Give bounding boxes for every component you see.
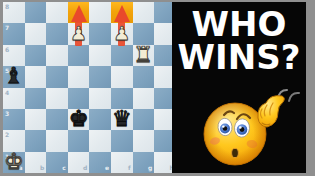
- square-c3[interactable]: [46, 109, 68, 130]
- square-c7[interactable]: [46, 23, 68, 44]
- square-f6[interactable]: [111, 45, 133, 66]
- promotion-arrow-head-f8: [114, 5, 130, 22]
- square-e6[interactable]: [89, 45, 111, 66]
- square-b1[interactable]: b: [25, 152, 47, 173]
- square-a8[interactable]: 8: [3, 2, 25, 23]
- rank-label-4: 4: [5, 90, 9, 96]
- square-c4[interactable]: [46, 88, 68, 109]
- square-b3[interactable]: [25, 109, 47, 130]
- square-c1[interactable]: c: [46, 152, 68, 173]
- square-c6[interactable]: [46, 45, 68, 66]
- square-f2[interactable]: [111, 130, 133, 151]
- square-a3[interactable]: 3: [3, 109, 25, 130]
- square-g5[interactable]: [133, 66, 155, 87]
- file-label-c: c: [62, 165, 66, 171]
- file-label-f: f: [128, 165, 131, 171]
- square-d1[interactable]: d: [68, 152, 90, 173]
- square-e1[interactable]: e: [89, 152, 111, 173]
- square-f1[interactable]: f: [111, 152, 133, 173]
- square-e3[interactable]: [89, 109, 111, 130]
- rank-label-8: 8: [5, 4, 9, 10]
- square-b2[interactable]: [25, 130, 47, 151]
- square-c2[interactable]: [46, 130, 68, 151]
- square-g1[interactable]: g: [133, 152, 155, 173]
- chess-board: 87654321abcdefgh♟♟♜♝♚♛♚: [3, 2, 176, 173]
- confused-emoji-graphic: [190, 82, 302, 170]
- title-text: WHO WINS?: [172, 8, 306, 74]
- file-label-e: e: [105, 165, 109, 171]
- square-e2[interactable]: [89, 130, 111, 151]
- square-b5[interactable]: [25, 66, 47, 87]
- square-e4[interactable]: [89, 88, 111, 109]
- square-d5[interactable]: [68, 66, 90, 87]
- title-line-2: WINS?: [172, 41, 306, 74]
- square-e5[interactable]: [89, 66, 111, 87]
- square-b6[interactable]: [25, 45, 47, 66]
- promotion-arrow-head-d8: [71, 5, 87, 22]
- square-a4[interactable]: 4: [3, 88, 25, 109]
- title-panel: WHO WINS?: [172, 2, 306, 173]
- square-b4[interactable]: [25, 88, 47, 109]
- file-label-d: d: [83, 165, 87, 171]
- rank-label-6: 6: [5, 47, 9, 53]
- square-b8[interactable]: [25, 2, 47, 23]
- square-a7[interactable]: 7: [3, 23, 25, 44]
- square-e7[interactable]: [89, 23, 111, 44]
- white-pawn-d7[interactable]: ♟: [68, 22, 90, 43]
- black-king-d3[interactable]: ♚: [68, 108, 90, 129]
- white-pawn-f7[interactable]: ♟: [111, 22, 133, 43]
- thumbnail: 87654321abcdefgh♟♟♜♝♚♛♚ WHO WINS?: [0, 0, 315, 176]
- square-f5[interactable]: [111, 66, 133, 87]
- scratch-line-icon: [289, 93, 299, 101]
- rank-label-3: 3: [5, 111, 9, 117]
- confused-emoji: [190, 82, 302, 170]
- file-label-g: g: [148, 165, 152, 171]
- square-g4[interactable]: [133, 88, 155, 109]
- rank-label-2: 2: [5, 132, 9, 138]
- black-bishop-a5[interactable]: ♝: [3, 65, 25, 86]
- black-queen-f3[interactable]: ♛: [111, 108, 133, 129]
- mouth: [232, 148, 239, 157]
- white-rook-g6[interactable]: ♜: [133, 44, 155, 65]
- square-e8[interactable]: [89, 2, 111, 23]
- square-g3[interactable]: [133, 109, 155, 130]
- file-label-b: b: [40, 165, 44, 171]
- square-c5[interactable]: [46, 66, 68, 87]
- square-c8[interactable]: [46, 2, 68, 23]
- square-g2[interactable]: [133, 130, 155, 151]
- square-d2[interactable]: [68, 130, 90, 151]
- scratching-hand: [258, 96, 284, 127]
- rank-label-7: 7: [5, 25, 9, 31]
- square-g8[interactable]: [133, 2, 155, 23]
- white-king-a1[interactable]: ♚: [3, 151, 25, 172]
- square-b7[interactable]: [25, 23, 47, 44]
- square-d6[interactable]: [68, 45, 90, 66]
